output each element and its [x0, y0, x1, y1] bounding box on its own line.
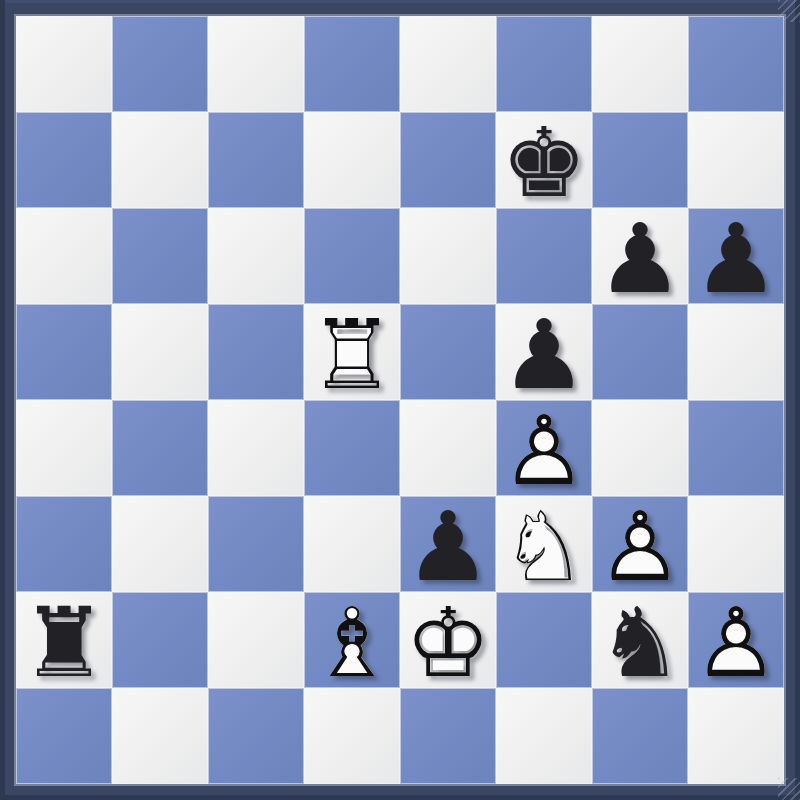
- square-b6[interactable]: [112, 208, 208, 304]
- square-h1[interactable]: [688, 688, 784, 784]
- board-frame: ♚♟♟♜♖♟♟♙♟♞♘♟♙♜♝♗♚♔♞♟♙: [0, 0, 800, 800]
- square-a7[interactable]: [16, 112, 112, 208]
- square-g7[interactable]: [592, 112, 688, 208]
- piece-white-pawn-h2[interactable]: ♟♙: [688, 592, 784, 688]
- square-h7[interactable]: [688, 112, 784, 208]
- square-g3[interactable]: ♟♙: [592, 496, 688, 592]
- square-b8[interactable]: [112, 16, 208, 112]
- black-rook-glyph: ♜: [21, 595, 107, 691]
- square-g1[interactable]: [592, 688, 688, 784]
- piece-white-knight-f3[interactable]: ♞♘: [496, 496, 592, 592]
- square-c3[interactable]: [208, 496, 304, 592]
- square-f3[interactable]: ♞♘: [496, 496, 592, 592]
- piece-white-king-e2[interactable]: ♚♔: [400, 592, 496, 688]
- black-pawn-glyph: ♟: [501, 307, 587, 403]
- square-e1[interactable]: [400, 688, 496, 784]
- black-pawn-glyph: ♟: [405, 499, 491, 595]
- square-g8[interactable]: [592, 16, 688, 112]
- white-king-outline-glyph: ♔: [405, 595, 491, 691]
- white-pawn-outline-glyph: ♙: [501, 403, 587, 499]
- square-h6[interactable]: ♟: [688, 208, 784, 304]
- square-e7[interactable]: [400, 112, 496, 208]
- square-g5[interactable]: [592, 304, 688, 400]
- square-b7[interactable]: [112, 112, 208, 208]
- piece-black-king-f7[interactable]: ♚: [496, 112, 592, 208]
- white-rook-outline-glyph: ♖: [309, 307, 395, 403]
- chess-board: ♚♟♟♜♖♟♟♙♟♞♘♟♙♜♝♗♚♔♞♟♙: [16, 16, 784, 784]
- square-h5[interactable]: [688, 304, 784, 400]
- square-e4[interactable]: [400, 400, 496, 496]
- square-f6[interactable]: [496, 208, 592, 304]
- square-c8[interactable]: [208, 16, 304, 112]
- frame-corner-grip-bottom-right: [778, 778, 800, 800]
- frame-corner-grip-top-right: [778, 0, 800, 22]
- white-knight-outline-glyph: ♘: [501, 499, 587, 595]
- square-a2[interactable]: ♜: [16, 592, 112, 688]
- square-b4[interactable]: [112, 400, 208, 496]
- piece-black-pawn-g6[interactable]: ♟: [592, 208, 688, 304]
- square-e5[interactable]: [400, 304, 496, 400]
- square-e8[interactable]: [400, 16, 496, 112]
- square-h8[interactable]: [688, 16, 784, 112]
- white-bishop-outline-glyph: ♗: [309, 595, 395, 691]
- square-a1[interactable]: [16, 688, 112, 784]
- black-king-glyph: ♚: [501, 115, 587, 211]
- square-c1[interactable]: [208, 688, 304, 784]
- square-e6[interactable]: [400, 208, 496, 304]
- piece-black-pawn-f5[interactable]: ♟: [496, 304, 592, 400]
- square-c4[interactable]: [208, 400, 304, 496]
- square-h4[interactable]: [688, 400, 784, 496]
- piece-white-pawn-f4[interactable]: ♟♙: [496, 400, 592, 496]
- square-d3[interactable]: [304, 496, 400, 592]
- black-pawn-glyph: ♟: [693, 211, 779, 307]
- square-g4[interactable]: [592, 400, 688, 496]
- piece-black-knight-g2[interactable]: ♞: [592, 592, 688, 688]
- square-d8[interactable]: [304, 16, 400, 112]
- square-a6[interactable]: [16, 208, 112, 304]
- piece-white-bishop-d2[interactable]: ♝♗: [304, 592, 400, 688]
- square-d1[interactable]: [304, 688, 400, 784]
- piece-black-pawn-h6[interactable]: ♟: [688, 208, 784, 304]
- square-a3[interactable]: [16, 496, 112, 592]
- square-g2[interactable]: ♞: [592, 592, 688, 688]
- piece-black-rook-a2[interactable]: ♜: [16, 592, 112, 688]
- square-f4[interactable]: ♟♙: [496, 400, 592, 496]
- square-e2[interactable]: ♚♔: [400, 592, 496, 688]
- square-a5[interactable]: [16, 304, 112, 400]
- square-b2[interactable]: [112, 592, 208, 688]
- square-d2[interactable]: ♝♗: [304, 592, 400, 688]
- square-d4[interactable]: [304, 400, 400, 496]
- square-d6[interactable]: [304, 208, 400, 304]
- square-c6[interactable]: [208, 208, 304, 304]
- square-f1[interactable]: [496, 688, 592, 784]
- square-g6[interactable]: ♟: [592, 208, 688, 304]
- piece-black-pawn-e3[interactable]: ♟: [400, 496, 496, 592]
- square-h3[interactable]: [688, 496, 784, 592]
- square-f8[interactable]: [496, 16, 592, 112]
- square-b3[interactable]: [112, 496, 208, 592]
- square-d7[interactable]: [304, 112, 400, 208]
- square-f7[interactable]: ♚: [496, 112, 592, 208]
- square-d5[interactable]: ♜♖: [304, 304, 400, 400]
- square-f2[interactable]: [496, 592, 592, 688]
- square-a4[interactable]: [16, 400, 112, 496]
- white-pawn-outline-glyph: ♙: [693, 595, 779, 691]
- square-e3[interactable]: ♟: [400, 496, 496, 592]
- square-h2[interactable]: ♟♙: [688, 592, 784, 688]
- piece-white-rook-d5[interactable]: ♜♖: [304, 304, 400, 400]
- square-f5[interactable]: ♟: [496, 304, 592, 400]
- square-c2[interactable]: [208, 592, 304, 688]
- black-knight-glyph: ♞: [597, 595, 683, 691]
- white-pawn-outline-glyph: ♙: [597, 499, 683, 595]
- piece-white-pawn-g3[interactable]: ♟♙: [592, 496, 688, 592]
- square-c7[interactable]: [208, 112, 304, 208]
- square-c5[interactable]: [208, 304, 304, 400]
- square-a8[interactable]: [16, 16, 112, 112]
- square-b5[interactable]: [112, 304, 208, 400]
- black-pawn-glyph: ♟: [597, 211, 683, 307]
- square-b1[interactable]: [112, 688, 208, 784]
